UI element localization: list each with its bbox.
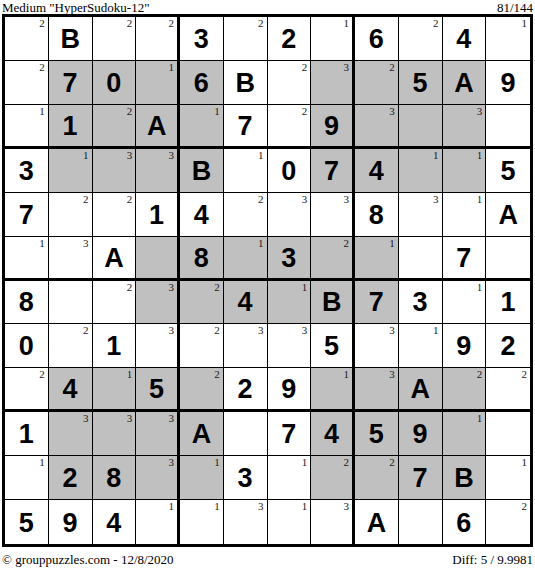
cell-r1c1[interactable]: 2 (5, 17, 49, 61)
cell-r8c9[interactable]: 3 (355, 324, 399, 368)
cell-r12c1[interactable]: 5 (5, 500, 49, 544)
corner-mark: 2 (302, 105, 308, 118)
corner-mark: 2 (169, 17, 175, 30)
corner-mark: 1 (302, 500, 308, 513)
given-value: A (367, 510, 387, 537)
cell-r6c12[interactable] (486, 237, 530, 281)
cell-r7c12[interactable]: 1 (486, 281, 530, 325)
cell-r5c10[interactable]: 3 (399, 193, 443, 237)
given-value: 8 (19, 289, 34, 316)
given-value: 3 (413, 289, 428, 316)
cell-r5c3[interactable]: 2 (93, 193, 137, 237)
cell-r10c4[interactable]: 3 (136, 412, 180, 456)
given-value: A (104, 245, 124, 272)
given-value: 5 (501, 158, 516, 185)
corner-mark: 2 (39, 61, 45, 74)
given-value: 4 (63, 376, 78, 403)
cell-r11c3[interactable]: 8 (93, 456, 137, 500)
corner-mark: 1 (344, 368, 350, 381)
cell-r11c4[interactable]: 3 (136, 456, 180, 500)
corner-mark: 2 (39, 17, 45, 30)
cell-r2c12[interactable]: 9 (486, 61, 530, 105)
corner-mark: 2 (302, 61, 308, 74)
cell-r6c1[interactable]: 1 (5, 237, 49, 281)
cell-r2c10[interactable]: 5 (399, 61, 443, 105)
cell-r5c4[interactable]: 1 (136, 193, 180, 237)
corner-mark: 3 (344, 193, 350, 206)
given-value: 8 (106, 465, 121, 492)
corner-mark: 2 (127, 281, 133, 294)
corner-mark: 1 (302, 456, 308, 469)
cell-r9c5[interactable]: 2 (180, 368, 224, 412)
corner-mark: 3 (127, 412, 133, 425)
cell-r9c1[interactable]: 2 (5, 368, 49, 412)
corner-mark: 3 (169, 324, 175, 337)
cell-r12c9[interactable]: A (355, 500, 399, 544)
given-value: 5 (413, 70, 428, 97)
cell-r2c3[interactable]: 0 (93, 61, 137, 105)
given-value: 7 (238, 113, 253, 140)
cell-r8c1[interactable]: 0 (5, 324, 49, 368)
given-value: 4 (456, 26, 471, 53)
corner-mark: 2 (477, 368, 483, 381)
cell-r3c1[interactable]: 1 (5, 105, 49, 149)
corner-mark: 2 (433, 17, 439, 30)
cell-r2c9[interactable]: 2 (355, 61, 399, 105)
cell-r12c8[interactable]: 3 (311, 500, 355, 544)
corner-mark: 2 (522, 368, 528, 381)
given-value: 2 (501, 333, 516, 360)
cell-r5c5[interactable]: 4 (180, 193, 224, 237)
given-value: 7 (369, 289, 384, 316)
corner-mark: 2 (83, 193, 89, 206)
cell-r12c11[interactable]: 6 (443, 500, 487, 544)
cell-r2c6[interactable]: B (224, 61, 268, 105)
given-value: 5 (149, 376, 164, 403)
cell-r2c1[interactable]: 2 (5, 61, 49, 105)
given-value: 7 (456, 245, 471, 272)
given-value: A (498, 202, 518, 229)
corner-mark: 2 (258, 17, 264, 30)
cell-r4c4[interactable]: 3 (136, 149, 180, 193)
corner-mark: 1 (214, 456, 220, 469)
given-value: 1 (501, 289, 516, 316)
cell-r10c9[interactable]: 5 (355, 412, 399, 456)
cell-r11c12[interactable]: 1 (486, 456, 530, 500)
cell-r10c12[interactable] (486, 412, 530, 456)
cell-r4c2[interactable]: 1 (49, 149, 93, 193)
cell-r3c10[interactable] (399, 105, 443, 149)
given-value: 5 (19, 510, 34, 537)
cell-r1c10[interactable]: 2 (399, 17, 443, 61)
corner-mark: 2 (258, 193, 264, 206)
cell-r1c4[interactable]: 2 (136, 17, 180, 61)
given-value: 2 (281, 26, 296, 53)
corner-mark: 2 (214, 281, 220, 294)
cell-r11c10[interactable]: 7 (399, 456, 443, 500)
given-value: B (322, 289, 342, 316)
cell-r12c5[interactable]: 1 (180, 500, 224, 544)
given-value: 7 (413, 465, 428, 492)
cell-r2c4[interactable]: 1 (136, 61, 180, 105)
cell-r11c5[interactable]: 1 (180, 456, 224, 500)
given-value: 3 (238, 465, 253, 492)
corner-mark: 3 (477, 105, 483, 118)
given-value: 0 (19, 333, 34, 360)
corner-mark: 2 (214, 324, 220, 337)
given-value: 9 (413, 421, 428, 448)
cell-r1c3[interactable]: 2 (93, 17, 137, 61)
cell-r3c6[interactable]: 7 (224, 105, 268, 149)
cell-r9c6[interactable]: 2 (224, 368, 268, 412)
cell-r5c2[interactable]: 2 (49, 193, 93, 237)
given-value: 2 (63, 465, 78, 492)
cell-r12c2[interactable]: 9 (49, 500, 93, 544)
cell-r12c12[interactable]: 2 (486, 500, 530, 544)
cell-r9c10[interactable]: A (399, 368, 443, 412)
cell-r8c12[interactable]: 2 (486, 324, 530, 368)
cell-r1c8[interactable]: 1 (311, 17, 355, 61)
cell-r12c6[interactable]: 3 (224, 500, 268, 544)
given-value: 2 (238, 376, 253, 403)
cell-r9c11[interactable]: 2 (443, 368, 487, 412)
corner-mark: 3 (302, 193, 308, 206)
given-value: 3 (194, 26, 209, 53)
cell-r7c10[interactable]: 3 (399, 281, 443, 325)
cell-r12c3[interactable]: 4 (93, 500, 137, 544)
cell-r9c9[interactable]: 3 (355, 368, 399, 412)
cell-r4c5[interactable]: B (180, 149, 224, 193)
corner-mark: 1 (214, 105, 220, 118)
cell-r7c9[interactable]: 7 (355, 281, 399, 325)
cell-r10c10[interactable]: 9 (399, 412, 443, 456)
cell-r11c11[interactable]: B (443, 456, 487, 500)
given-value: 9 (63, 510, 78, 537)
given-value: 7 (19, 202, 34, 229)
given-value: 4 (324, 421, 339, 448)
cell-r4c9[interactable]: 4 (355, 149, 399, 193)
cell-r9c4[interactable]: 5 (136, 368, 180, 412)
corner-mark: 1 (477, 412, 483, 425)
cell-r6c10[interactable] (399, 237, 443, 281)
given-value: 4 (369, 158, 384, 185)
cell-r5c7[interactable]: 3 (268, 193, 312, 237)
cell-r6c2[interactable]: 3 (49, 237, 93, 281)
cell-r1c6[interactable]: 2 (224, 17, 268, 61)
cell-r3c8[interactable]: 9 (311, 105, 355, 149)
cell-r5c1[interactable]: 7 (5, 193, 49, 237)
corner-mark: 3 (389, 368, 395, 381)
cell-r10c3[interactable]: 3 (93, 412, 137, 456)
corner-mark: 1 (522, 17, 528, 30)
corner-mark: 1 (433, 149, 439, 162)
cell-r9c8[interactable]: 1 (311, 368, 355, 412)
cell-r1c2[interactable]: B (49, 17, 93, 61)
corner-mark: 3 (169, 412, 175, 425)
cell-r12c7[interactable]: 1 (268, 500, 312, 544)
cell-r4c8[interactable]: 7 (311, 149, 355, 193)
cell-r11c8[interactable]: 2 (311, 456, 355, 500)
given-value: 8 (194, 245, 209, 272)
given-value: 0 (106, 70, 121, 97)
corner-mark: 3 (169, 456, 175, 469)
cell-r6c6[interactable]: 1 (224, 237, 268, 281)
given-value: 6 (369, 26, 384, 53)
cell-r10c1[interactable]: 1 (5, 412, 49, 456)
cell-r6c11[interactable]: 7 (443, 237, 487, 281)
cell-r1c9[interactable]: 6 (355, 17, 399, 61)
corner-mark: 2 (127, 105, 133, 118)
given-value: B (235, 70, 255, 97)
cell-r12c4[interactable]: 1 (136, 500, 180, 544)
cell-r1c11[interactable]: 4 (443, 17, 487, 61)
cell-r7c7[interactable]: 1 (268, 281, 312, 325)
corner-mark: 3 (83, 412, 89, 425)
cell-r10c11[interactable]: 1 (443, 412, 487, 456)
given-value: 6 (194, 70, 209, 97)
corner-mark: 1 (433, 324, 439, 337)
corner-mark: 1 (389, 237, 395, 250)
cell-r1c12[interactable]: 1 (486, 17, 530, 61)
cell-r10c5[interactable]: A (180, 412, 224, 456)
cell-r4c6[interactable]: 1 (224, 149, 268, 193)
cell-r3c2[interactable]: 1 (49, 105, 93, 149)
corner-mark: 3 (344, 61, 350, 74)
cell-r5c11[interactable]: 1 (443, 193, 487, 237)
cell-r7c2[interactable] (49, 281, 93, 325)
corner-mark: 1 (302, 281, 308, 294)
cell-r2c2[interactable]: 7 (49, 61, 93, 105)
corner-mark: 1 (477, 149, 483, 162)
cell-r3c5[interactable]: 1 (180, 105, 224, 149)
given-value: 8 (369, 202, 384, 229)
given-value: 7 (324, 158, 339, 185)
cell-r7c4[interactable]: 3 (136, 281, 180, 325)
corner-mark: 3 (258, 500, 264, 513)
cell-r1c5[interactable]: 3 (180, 17, 224, 61)
cell-r8c10[interactable]: 1 (399, 324, 443, 368)
cell-r6c8[interactable]: 2 (311, 237, 355, 281)
cell-r9c12[interactable]: 2 (486, 368, 530, 412)
cell-r2c8[interactable]: 3 (311, 61, 355, 105)
cell-r12c10[interactable] (399, 500, 443, 544)
corner-mark: 2 (83, 324, 89, 337)
given-value: 9 (501, 70, 516, 97)
copyright-text: © grouppuzzles.com - 12/8/2020 (2, 552, 174, 568)
cell-r8c11[interactable]: 9 (443, 324, 487, 368)
given-value: A (454, 70, 474, 97)
cell-r2c11[interactable]: A (443, 61, 487, 105)
corner-mark: 1 (258, 149, 264, 162)
cell-r6c3[interactable]: A (93, 237, 137, 281)
corner-mark: 2 (127, 17, 133, 30)
cell-r9c3[interactable]: 1 (93, 368, 137, 412)
corner-mark: 2 (389, 61, 395, 74)
cell-r3c3[interactable]: 2 (93, 105, 137, 149)
cell-r10c2[interactable]: 3 (49, 412, 93, 456)
corner-mark: 3 (433, 193, 439, 206)
corner-mark: 2 (344, 456, 350, 469)
cell-r2c7[interactable]: 2 (268, 61, 312, 105)
cell-r11c7[interactable]: 1 (268, 456, 312, 500)
corner-mark: 2 (214, 368, 220, 381)
corner-mark: 3 (302, 324, 308, 337)
cell-r4c1[interactable]: 3 (5, 149, 49, 193)
corner-mark: 1 (477, 193, 483, 206)
cell-r7c5[interactable]: 2 (180, 281, 224, 325)
corner-mark: 1 (258, 237, 264, 250)
given-value: 5 (369, 421, 384, 448)
corner-mark: 1 (344, 17, 350, 30)
corner-mark: 2 (344, 237, 350, 250)
corner-mark: 1 (39, 237, 45, 250)
cell-r5c12[interactable]: A (486, 193, 530, 237)
given-value: 3 (281, 245, 296, 272)
cell-r8c7[interactable]: 3 (268, 324, 312, 368)
corner-mark: 3 (83, 237, 89, 250)
given-value: 4 (194, 202, 209, 229)
cell-r7c3[interactable]: 2 (93, 281, 137, 325)
corner-mark: 3 (344, 500, 350, 513)
given-value: 7 (281, 421, 296, 448)
given-value: 4 (106, 510, 121, 537)
cell-r4c12[interactable]: 5 (486, 149, 530, 193)
cell-r8c8[interactable]: 5 (311, 324, 355, 368)
given-value: 1 (19, 421, 34, 448)
given-value: 1 (106, 333, 121, 360)
corner-mark: 1 (127, 368, 133, 381)
cell-r2c5[interactable]: 6 (180, 61, 224, 105)
cell-r7c8[interactable]: B (311, 281, 355, 325)
cell-r11c6[interactable]: 3 (224, 456, 268, 500)
cell-r5c6[interactable]: 2 (224, 193, 268, 237)
given-value: 9 (456, 333, 471, 360)
corner-mark: 1 (83, 149, 89, 162)
cell-r3c12[interactable] (486, 105, 530, 149)
cell-r10c6[interactable] (224, 412, 268, 456)
cell-r3c7[interactable]: 2 (268, 105, 312, 149)
cell-r8c4[interactable]: 3 (136, 324, 180, 368)
corner-mark: 2 (522, 500, 528, 513)
corner-mark: 1 (522, 456, 528, 469)
corner-mark: 2 (389, 456, 395, 469)
board: 2B223221624127016B2325A9112A1729333133B1… (2, 14, 533, 547)
corner-mark: 3 (389, 324, 395, 337)
corner-mark: 1 (214, 500, 220, 513)
cell-r7c6[interactable]: 4 (224, 281, 268, 325)
given-value: 1 (63, 113, 78, 140)
difficulty-text: Diff: 5 / 9.9981 (452, 552, 533, 568)
cell-r4c3[interactable]: 3 (93, 149, 137, 193)
given-value: 9 (281, 376, 296, 403)
corner-mark: 3 (389, 105, 395, 118)
cell-r6c4[interactable] (136, 237, 180, 281)
cell-r9c7[interactable]: 9 (268, 368, 312, 412)
cell-r11c9[interactable]: 2 (355, 456, 399, 500)
given-value: 0 (281, 158, 296, 185)
cell-r11c2[interactable]: 2 (49, 456, 93, 500)
corner-mark: 3 (127, 149, 133, 162)
given-value: 3 (19, 158, 34, 185)
given-value: B (454, 465, 474, 492)
given-value: 6 (456, 510, 471, 537)
corner-mark: 2 (127, 193, 133, 206)
cell-r8c2[interactable]: 2 (49, 324, 93, 368)
cell-r8c3[interactable]: 1 (93, 324, 137, 368)
corner-mark: 3 (169, 281, 175, 294)
cell-r6c9[interactable]: 1 (355, 237, 399, 281)
given-value: A (410, 376, 430, 403)
corner-mark: 3 (258, 324, 264, 337)
cell-r7c11[interactable]: 1 (443, 281, 487, 325)
corner-mark: 1 (169, 500, 175, 513)
given-value: 9 (324, 113, 339, 140)
given-value: 4 (238, 289, 253, 316)
cell-r8c6[interactable]: 3 (224, 324, 268, 368)
given-value: B (60, 26, 80, 53)
corner-mark: 3 (169, 149, 175, 162)
cell-r8c5[interactable]: 2 (180, 324, 224, 368)
given-value: 5 (324, 333, 339, 360)
cell-r7c1[interactable]: 8 (5, 281, 49, 325)
given-value: 7 (63, 70, 78, 97)
cell-r10c7[interactable]: 7 (268, 412, 312, 456)
cell-r4c10[interactable]: 1 (399, 149, 443, 193)
cell-r4c7[interactable]: 0 (268, 149, 312, 193)
cell-r11c1[interactable]: 1 (5, 456, 49, 500)
cell-r6c7[interactable]: 3 (268, 237, 312, 281)
cell-r10c8[interactable]: 4 (311, 412, 355, 456)
corner-mark: 1 (477, 281, 483, 294)
cell-r9c2[interactable]: 4 (49, 368, 93, 412)
given-value: B (192, 158, 212, 185)
cell-r5c9[interactable]: 8 (355, 193, 399, 237)
cell-r6c5[interactable]: 8 (180, 237, 224, 281)
corner-mark: 1 (39, 105, 45, 118)
cell-r3c4[interactable]: A (136, 105, 180, 149)
corner-mark: 1 (169, 61, 175, 74)
corner-mark: 1 (39, 456, 45, 469)
cell-r4c11[interactable]: 1 (443, 149, 487, 193)
cell-r3c9[interactable]: 3 (355, 105, 399, 149)
given-value: A (147, 113, 167, 140)
cell-r5c8[interactable]: 3 (311, 193, 355, 237)
cell-r1c7[interactable]: 2 (268, 17, 312, 61)
given-value: A (192, 421, 212, 448)
cell-r3c11[interactable]: 3 (443, 105, 487, 149)
given-value: 1 (149, 202, 164, 229)
corner-mark: 2 (39, 368, 45, 381)
